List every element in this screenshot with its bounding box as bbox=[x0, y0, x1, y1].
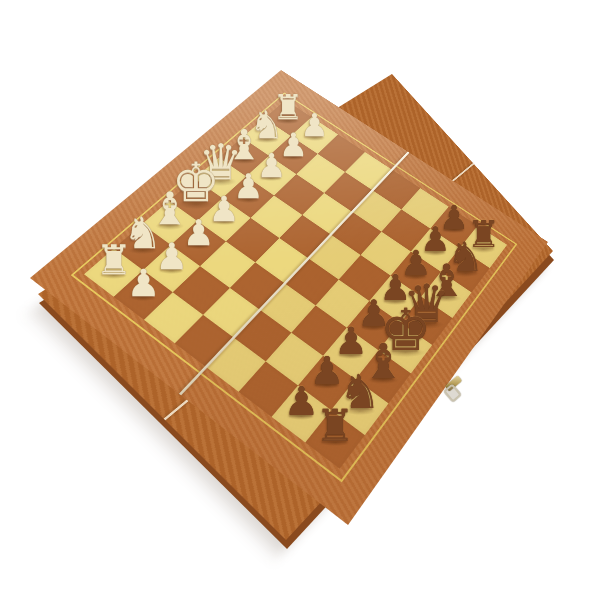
chess-board bbox=[30, 70, 548, 525]
clasp-latch-icon bbox=[441, 374, 469, 404]
chess-set-photo: ♜♟♞♟♝♟♛♟♚♟♝♟♟♜♞♟♟♞♜♟♟♝♟♛♟♚♟♝♟♞♟♜ bbox=[0, 0, 600, 600]
